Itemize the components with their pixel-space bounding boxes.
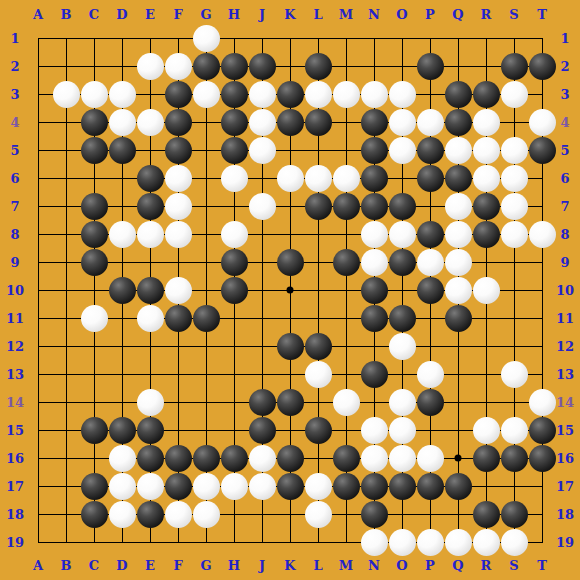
white-stone-S8[interactable]	[501, 221, 528, 248]
white-stone-Q7[interactable]	[445, 193, 472, 220]
white-stone-O5[interactable]	[389, 137, 416, 164]
column-label-bottom-N: N	[368, 559, 380, 572]
black-stone-N13[interactable]	[361, 361, 388, 388]
white-stone-O19[interactable]	[389, 529, 416, 556]
row-label-right-9: 9	[560, 256, 569, 269]
white-stone-F8[interactable]	[165, 221, 192, 248]
black-stone-H2[interactable]	[221, 53, 248, 80]
black-stone-E6[interactable]	[137, 165, 164, 192]
white-stone-P4[interactable]	[417, 109, 444, 136]
white-stone-F6[interactable]	[165, 165, 192, 192]
black-stone-L2[interactable]	[305, 53, 332, 80]
black-stone-M16[interactable]	[333, 445, 360, 472]
white-stone-O15[interactable]	[389, 417, 416, 444]
black-stone-E10[interactable]	[137, 277, 164, 304]
black-stone-K14[interactable]	[277, 389, 304, 416]
column-label-top-K: K	[284, 8, 295, 21]
black-stone-N10[interactable]	[361, 277, 388, 304]
column-label-bottom-A: A	[33, 559, 43, 572]
white-stone-G3[interactable]	[193, 81, 220, 108]
row-label-left-12: 12	[6, 340, 24, 353]
white-stone-L17[interactable]	[305, 473, 332, 500]
black-stone-L7[interactable]	[305, 193, 332, 220]
white-stone-E14[interactable]	[137, 389, 164, 416]
row-label-left-18: 18	[6, 508, 24, 521]
white-stone-J16[interactable]	[249, 445, 276, 472]
column-label-top-J: J	[259, 8, 265, 21]
row-label-left-19: 19	[6, 536, 24, 549]
row-label-right-7: 7	[560, 200, 569, 213]
column-label-top-P: P	[425, 8, 435, 21]
white-stone-D3[interactable]	[109, 81, 136, 108]
column-label-bottom-S: S	[509, 559, 518, 572]
column-label-top-O: O	[396, 8, 407, 21]
black-stone-S16[interactable]	[501, 445, 528, 472]
white-stone-F18[interactable]	[165, 501, 192, 528]
white-stone-O12[interactable]	[389, 333, 416, 360]
white-stone-O3[interactable]	[389, 81, 416, 108]
white-stone-J5[interactable]	[249, 137, 276, 164]
black-stone-K17[interactable]	[277, 473, 304, 500]
black-stone-J14[interactable]	[249, 389, 276, 416]
white-stone-O16[interactable]	[389, 445, 416, 472]
black-stone-Q4[interactable]	[445, 109, 472, 136]
black-stone-S2[interactable]	[501, 53, 528, 80]
column-label-top-C: C	[89, 8, 99, 21]
white-stone-R15[interactable]	[473, 417, 500, 444]
white-stone-Q9[interactable]	[445, 249, 472, 276]
white-stone-T8[interactable]	[529, 221, 556, 248]
white-stone-H17[interactable]	[221, 473, 248, 500]
black-stone-K12[interactable]	[277, 333, 304, 360]
column-label-top-S: S	[509, 8, 518, 21]
white-stone-F2[interactable]	[165, 53, 192, 80]
black-stone-T16[interactable]	[529, 445, 556, 472]
white-stone-T14[interactable]	[529, 389, 556, 416]
black-stone-Q6[interactable]	[445, 165, 472, 192]
column-label-bottom-M: M	[339, 559, 353, 572]
column-label-bottom-R: R	[481, 559, 492, 572]
row-label-left-5: 5	[10, 144, 19, 157]
black-stone-Q17[interactable]	[445, 473, 472, 500]
row-label-right-5: 5	[560, 144, 569, 157]
white-stone-R4[interactable]	[473, 109, 500, 136]
black-stone-J15[interactable]	[249, 417, 276, 444]
row-label-left-9: 9	[10, 256, 19, 269]
white-stone-N16[interactable]	[361, 445, 388, 472]
black-stone-N18[interactable]	[361, 501, 388, 528]
white-stone-J7[interactable]	[249, 193, 276, 220]
black-stone-N17[interactable]	[361, 473, 388, 500]
row-label-right-13: 13	[556, 368, 574, 381]
white-stone-D4[interactable]	[109, 109, 136, 136]
black-stone-C7[interactable]	[81, 193, 108, 220]
white-stone-P19[interactable]	[417, 529, 444, 556]
black-stone-D10[interactable]	[109, 277, 136, 304]
white-stone-Q10[interactable]	[445, 277, 472, 304]
black-stone-R18[interactable]	[473, 501, 500, 528]
white-stone-E2[interactable]	[137, 53, 164, 80]
row-label-right-11: 11	[556, 312, 574, 325]
column-label-top-Q: Q	[452, 8, 463, 21]
star-point	[455, 455, 462, 462]
white-stone-J3[interactable]	[249, 81, 276, 108]
black-stone-H9[interactable]	[221, 249, 248, 276]
black-stone-D5[interactable]	[109, 137, 136, 164]
column-label-bottom-D: D	[116, 559, 127, 572]
black-stone-P5[interactable]	[417, 137, 444, 164]
white-stone-P13[interactable]	[417, 361, 444, 388]
white-stone-D17[interactable]	[109, 473, 136, 500]
white-stone-N3[interactable]	[361, 81, 388, 108]
black-stone-F11[interactable]	[165, 305, 192, 332]
black-stone-R8[interactable]	[473, 221, 500, 248]
column-label-bottom-O: O	[396, 559, 407, 572]
column-label-bottom-L: L	[313, 559, 322, 572]
white-stone-N15[interactable]	[361, 417, 388, 444]
black-stone-P10[interactable]	[417, 277, 444, 304]
row-label-right-4: 4	[560, 116, 569, 129]
row-label-left-8: 8	[10, 228, 19, 241]
white-stone-L6[interactable]	[305, 165, 332, 192]
black-stone-C15[interactable]	[81, 417, 108, 444]
row-label-left-11: 11	[6, 312, 24, 325]
column-label-bottom-H: H	[228, 559, 240, 572]
column-label-bottom-K: K	[284, 559, 295, 572]
column-label-top-N: N	[368, 8, 380, 21]
white-stone-Q19[interactable]	[445, 529, 472, 556]
white-stone-D16[interactable]	[109, 445, 136, 472]
white-stone-G17[interactable]	[193, 473, 220, 500]
white-stone-S6[interactable]	[501, 165, 528, 192]
column-label-top-E: E	[145, 8, 155, 21]
black-stone-K3[interactable]	[277, 81, 304, 108]
black-stone-L12[interactable]	[305, 333, 332, 360]
black-stone-O11[interactable]	[389, 305, 416, 332]
column-label-top-H: H	[228, 8, 240, 21]
column-label-top-F: F	[173, 8, 182, 21]
white-stone-E8[interactable]	[137, 221, 164, 248]
white-stone-F7[interactable]	[165, 193, 192, 220]
black-stone-O7[interactable]	[389, 193, 416, 220]
row-label-right-8: 8	[560, 228, 569, 241]
row-label-left-14: 14	[6, 396, 24, 409]
column-label-bottom-C: C	[89, 559, 99, 572]
white-stone-E4[interactable]	[137, 109, 164, 136]
star-point	[287, 287, 294, 294]
black-stone-F16[interactable]	[165, 445, 192, 472]
white-stone-J4[interactable]	[249, 109, 276, 136]
black-stone-H4[interactable]	[221, 109, 248, 136]
column-label-bottom-T: T	[537, 559, 547, 572]
black-stone-C5[interactable]	[81, 137, 108, 164]
row-label-right-16: 16	[556, 452, 574, 465]
column-label-top-M: M	[339, 8, 353, 21]
black-stone-E15[interactable]	[137, 417, 164, 444]
black-stone-H10[interactable]	[221, 277, 248, 304]
row-label-left-2: 2	[10, 60, 19, 73]
black-stone-P6[interactable]	[417, 165, 444, 192]
black-stone-T5[interactable]	[529, 137, 556, 164]
black-stone-M9[interactable]	[333, 249, 360, 276]
white-stone-R19[interactable]	[473, 529, 500, 556]
black-stone-S18[interactable]	[501, 501, 528, 528]
white-stone-L3[interactable]	[305, 81, 332, 108]
column-label-bottom-Q: Q	[452, 559, 463, 572]
black-stone-K9[interactable]	[277, 249, 304, 276]
white-stone-R5[interactable]	[473, 137, 500, 164]
column-label-top-G: G	[200, 8, 211, 21]
black-stone-M7[interactable]	[333, 193, 360, 220]
column-label-bottom-F: F	[173, 559, 182, 572]
white-stone-O4[interactable]	[389, 109, 416, 136]
black-stone-C9[interactable]	[81, 249, 108, 276]
white-stone-R6[interactable]	[473, 165, 500, 192]
black-stone-R7[interactable]	[473, 193, 500, 220]
row-label-right-12: 12	[556, 340, 574, 353]
black-stone-C8[interactable]	[81, 221, 108, 248]
row-label-left-6: 6	[10, 172, 19, 185]
white-stone-M3[interactable]	[333, 81, 360, 108]
row-label-left-10: 10	[6, 284, 24, 297]
black-stone-T2[interactable]	[529, 53, 556, 80]
white-stone-D8[interactable]	[109, 221, 136, 248]
row-label-left-7: 7	[10, 200, 19, 213]
white-stone-H6[interactable]	[221, 165, 248, 192]
white-stone-Q5[interactable]	[445, 137, 472, 164]
row-label-right-6: 6	[560, 172, 569, 185]
column-label-top-B: B	[61, 8, 72, 21]
black-stone-C4[interactable]	[81, 109, 108, 136]
white-stone-Q8[interactable]	[445, 221, 472, 248]
black-stone-F5[interactable]	[165, 137, 192, 164]
white-stone-N19[interactable]	[361, 529, 388, 556]
black-stone-N4[interactable]	[361, 109, 388, 136]
column-label-bottom-B: B	[61, 559, 72, 572]
row-label-left-17: 17	[6, 480, 24, 493]
black-stone-K4[interactable]	[277, 109, 304, 136]
black-stone-E18[interactable]	[137, 501, 164, 528]
column-label-bottom-E: E	[145, 559, 155, 572]
black-stone-M17[interactable]	[333, 473, 360, 500]
black-stone-P14[interactable]	[417, 389, 444, 416]
column-label-top-L: L	[313, 8, 322, 21]
black-stone-L4[interactable]	[305, 109, 332, 136]
column-label-top-D: D	[116, 8, 127, 21]
white-stone-J17[interactable]	[249, 473, 276, 500]
white-stone-F10[interactable]	[165, 277, 192, 304]
row-label-right-19: 19	[556, 536, 574, 549]
white-stone-L13[interactable]	[305, 361, 332, 388]
white-stone-P16[interactable]	[417, 445, 444, 472]
column-label-bottom-P: P	[425, 559, 435, 572]
black-stone-Q3[interactable]	[445, 81, 472, 108]
row-label-right-1: 1	[560, 32, 569, 45]
row-label-left-16: 16	[6, 452, 24, 465]
black-stone-F4[interactable]	[165, 109, 192, 136]
white-stone-N9[interactable]	[361, 249, 388, 276]
black-stone-N5[interactable]	[361, 137, 388, 164]
white-stone-C3[interactable]	[81, 81, 108, 108]
black-stone-N11[interactable]	[361, 305, 388, 332]
white-stone-M14[interactable]	[333, 389, 360, 416]
black-stone-F3[interactable]	[165, 81, 192, 108]
black-stone-R16[interactable]	[473, 445, 500, 472]
black-stone-H5[interactable]	[221, 137, 248, 164]
white-stone-P9[interactable]	[417, 249, 444, 276]
row-label-left-4: 4	[10, 116, 19, 129]
row-label-right-17: 17	[556, 480, 574, 493]
black-stone-T15[interactable]	[529, 417, 556, 444]
black-stone-G16[interactable]	[193, 445, 220, 472]
row-label-left-13: 13	[6, 368, 24, 381]
white-stone-S15[interactable]	[501, 417, 528, 444]
black-stone-N6[interactable]	[361, 165, 388, 192]
black-stone-P17[interactable]	[417, 473, 444, 500]
white-stone-C11[interactable]	[81, 305, 108, 332]
column-label-bottom-G: G	[200, 559, 211, 572]
white-stone-D18[interactable]	[109, 501, 136, 528]
row-label-right-15: 15	[556, 424, 574, 437]
black-stone-C17[interactable]	[81, 473, 108, 500]
white-stone-G1[interactable]	[193, 25, 220, 52]
row-label-right-10: 10	[556, 284, 574, 297]
row-label-left-15: 15	[6, 424, 24, 437]
white-stone-S7[interactable]	[501, 193, 528, 220]
row-label-right-3: 3	[560, 88, 569, 101]
column-label-bottom-J: J	[259, 559, 265, 572]
row-label-right-14: 14	[556, 396, 574, 409]
white-stone-G18[interactable]	[193, 501, 220, 528]
black-stone-J2[interactable]	[249, 53, 276, 80]
white-stone-E11[interactable]	[137, 305, 164, 332]
white-stone-S13[interactable]	[501, 361, 528, 388]
black-stone-E16[interactable]	[137, 445, 164, 472]
column-label-top-R: R	[481, 8, 492, 21]
black-stone-F17[interactable]	[165, 473, 192, 500]
black-stone-G2[interactable]	[193, 53, 220, 80]
black-stone-P8[interactable]	[417, 221, 444, 248]
white-stone-E17[interactable]	[137, 473, 164, 500]
white-stone-H8[interactable]	[221, 221, 248, 248]
black-stone-E7[interactable]	[137, 193, 164, 220]
black-stone-H16[interactable]	[221, 445, 248, 472]
black-stone-Q11[interactable]	[445, 305, 472, 332]
white-stone-B3[interactable]	[53, 81, 80, 108]
black-stone-D15[interactable]	[109, 417, 136, 444]
black-stone-H3[interactable]	[221, 81, 248, 108]
column-label-top-T: T	[537, 8, 547, 21]
black-stone-P2[interactable]	[417, 53, 444, 80]
white-stone-K6[interactable]	[277, 165, 304, 192]
black-stone-L15[interactable]	[305, 417, 332, 444]
grid-line-horizontal	[38, 374, 543, 375]
black-stone-K16[interactable]	[277, 445, 304, 472]
black-stone-G11[interactable]	[193, 305, 220, 332]
black-stone-O17[interactable]	[389, 473, 416, 500]
black-stone-R3[interactable]	[473, 81, 500, 108]
row-label-right-18: 18	[556, 508, 574, 521]
white-stone-S3[interactable]	[501, 81, 528, 108]
white-stone-N8[interactable]	[361, 221, 388, 248]
white-stone-M6[interactable]	[333, 165, 360, 192]
black-stone-C18[interactable]	[81, 501, 108, 528]
row-label-right-2: 2	[560, 60, 569, 73]
column-label-top-A: A	[33, 8, 43, 21]
white-stone-L18[interactable]	[305, 501, 332, 528]
black-stone-N7[interactable]	[361, 193, 388, 220]
row-label-left-3: 3	[10, 88, 19, 101]
white-stone-O14[interactable]	[389, 389, 416, 416]
white-stone-O8[interactable]	[389, 221, 416, 248]
white-stone-T4[interactable]	[529, 109, 556, 136]
white-stone-S5[interactable]	[501, 137, 528, 164]
white-stone-R10[interactable]	[473, 277, 500, 304]
black-stone-O9[interactable]	[389, 249, 416, 276]
go-board: AABBCCDDEEFFGGHHJJKKLLMMNNOOPPQQRRSSTT11…	[0, 0, 580, 580]
white-stone-S19[interactable]	[501, 529, 528, 556]
row-label-left-1: 1	[10, 32, 19, 45]
